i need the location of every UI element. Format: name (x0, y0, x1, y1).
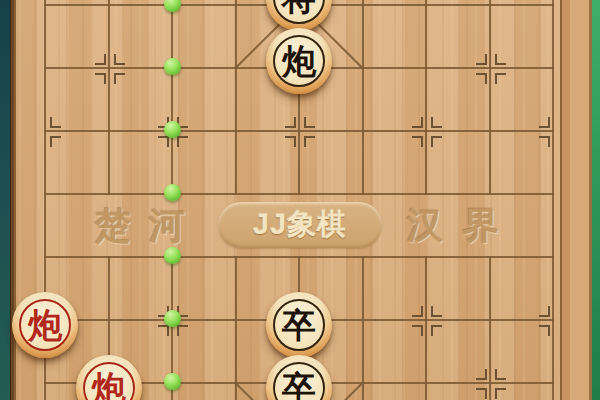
star-point-bracket (539, 136, 550, 147)
move-hint-dot[interactable] (164, 184, 181, 201)
star-point-bracket (114, 73, 125, 84)
star-point-bracket (495, 73, 506, 84)
move-hint-dot[interactable] (164, 310, 181, 327)
star-point-bracket (431, 136, 442, 147)
river-label-chu: 楚河 (95, 202, 203, 251)
piece-face: 将 (273, 0, 325, 24)
piece-red-cannon[interactable]: 炮 (12, 292, 78, 358)
piece-face: 炮 (83, 362, 135, 400)
star-point-bracket (476, 388, 487, 399)
piece-character: 卒 (282, 309, 316, 343)
star-point-bracket (158, 325, 169, 336)
star-point-bracket (412, 306, 423, 317)
star-point-bracket (285, 136, 296, 147)
star-point-bracket (95, 73, 106, 84)
piece-face: 卒 (273, 362, 325, 400)
star-point-bracket (50, 117, 61, 128)
move-hint-dot[interactable] (164, 58, 181, 75)
star-point-bracket (539, 325, 550, 336)
piece-face: 炮 (19, 299, 71, 351)
star-point-bracket (476, 54, 487, 65)
star-point-bracket (539, 306, 550, 317)
star-point-bracket (476, 369, 487, 380)
piece-character: 将 (282, 0, 316, 16)
piece-face: 卒 (273, 299, 325, 351)
piece-black-soldier[interactable]: 卒 (266, 292, 332, 358)
xiangqi-game-screen: 楚河 JJ象棋 汉界 将炮炮卒炮卒 (0, 0, 600, 400)
move-hint-dot[interactable] (164, 373, 181, 390)
star-point-bracket (304, 117, 315, 128)
star-point-bracket (114, 54, 125, 65)
star-point-bracket (431, 117, 442, 128)
move-hint-dot[interactable] (164, 121, 181, 138)
river-label-han: 汉界 (407, 202, 519, 251)
jj-xiangqi-logo: JJ象棋 (218, 202, 382, 248)
move-hint-dot[interactable] (164, 247, 181, 264)
star-point-bracket (495, 54, 506, 65)
piece-black-cannon[interactable]: 炮 (266, 28, 332, 94)
star-point-bracket (476, 73, 487, 84)
star-point-bracket (539, 117, 550, 128)
star-point-bracket (285, 117, 296, 128)
star-point-bracket (495, 388, 506, 399)
star-point-bracket (158, 136, 169, 147)
star-point-bracket (412, 117, 423, 128)
star-point-bracket (495, 369, 506, 380)
piece-character: 炮 (92, 372, 126, 400)
star-point-bracket (95, 54, 106, 65)
star-point-bracket (431, 306, 442, 317)
star-point-bracket (412, 325, 423, 336)
star-point-bracket (412, 136, 423, 147)
piece-character: 卒 (282, 372, 316, 400)
star-point-bracket (431, 325, 442, 336)
piece-character: 炮 (282, 45, 316, 79)
star-point-bracket (177, 136, 188, 147)
star-point-bracket (50, 136, 61, 147)
piece-face: 炮 (273, 35, 325, 87)
piece-character: 炮 (28, 309, 62, 343)
move-hint-dot[interactable] (164, 0, 181, 12)
star-point-bracket (304, 136, 315, 147)
star-point-bracket (177, 325, 188, 336)
jj-xiangqi-logo-text: JJ象棋 (253, 205, 347, 245)
